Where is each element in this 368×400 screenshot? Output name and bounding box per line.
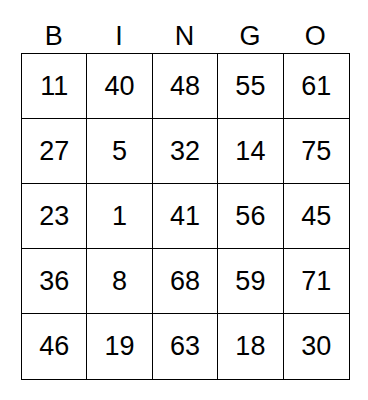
header-letter-g: G [217,14,282,53]
bingo-cell[interactable]: 32 [153,119,218,184]
bingo-cell[interactable]: 40 [87,54,152,119]
bingo-cell[interactable]: 36 [22,249,87,314]
bingo-cell[interactable]: 71 [284,249,349,314]
bingo-cell[interactable]: 11 [22,54,87,119]
bingo-grid: 11 40 48 55 61 27 5 32 14 75 23 1 41 56 … [21,53,350,380]
bingo-cell[interactable]: 46 [22,314,87,379]
bingo-cell[interactable]: 1 [87,184,152,249]
bingo-cell-center[interactable]: 41 [153,184,218,249]
bingo-card-page: B I N G O 11 40 48 55 61 27 5 32 14 75 2… [0,0,368,400]
bingo-cell[interactable]: 8 [87,249,152,314]
bingo-cell[interactable]: 45 [284,184,349,249]
bingo-cell[interactable]: 27 [22,119,87,184]
bingo-cell[interactable]: 30 [284,314,349,379]
bingo-cell[interactable]: 14 [218,119,283,184]
bingo-cell[interactable]: 68 [153,249,218,314]
header-letter-n: N [152,14,217,53]
bingo-cell[interactable]: 61 [284,54,349,119]
bingo-cell[interactable]: 75 [284,119,349,184]
bingo-cell[interactable]: 23 [22,184,87,249]
header-letter-i: I [86,14,151,53]
bingo-cell[interactable]: 19 [87,314,152,379]
header-letter-b: B [21,14,86,53]
header-letter-o: O [283,14,348,53]
bingo-card: B I N G O 11 40 48 55 61 27 5 32 14 75 2… [21,14,348,380]
bingo-cell[interactable]: 48 [153,54,218,119]
bingo-cell[interactable]: 59 [218,249,283,314]
bingo-cell[interactable]: 63 [153,314,218,379]
bingo-cell[interactable]: 18 [218,314,283,379]
bingo-header: B I N G O [21,14,348,53]
bingo-cell[interactable]: 5 [87,119,152,184]
bingo-cell[interactable]: 55 [218,54,283,119]
bingo-cell[interactable]: 56 [218,184,283,249]
